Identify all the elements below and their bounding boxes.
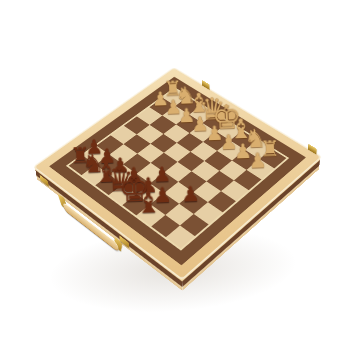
scene: ♜♞♝♛♚♝♞♜♟♟♟♟♟♟♟♟♟♟♟♟♟♟♟♟♜♞♝♛♚♝ — [0, 0, 350, 350]
light-pawn-icon: ♟ — [235, 150, 280, 172]
brass-latch-icon — [40, 175, 49, 187]
brass-hinge-icon — [307, 144, 316, 155]
camera-tilt: ♜♞♝♛♚♝♞♜♟♟♟♟♟♟♟♟♟♟♟♟♟♟♟♟♜♞♝♛♚♝ — [0, 0, 350, 350]
product-photo: ♜♞♝♛♚♝♞♜♟♟♟♟♟♟♟♟♟♟♟♟♟♟♟♟♜♞♝♛♚♝ — [0, 0, 350, 350]
chess-case: ♜♞♝♛♚♝♞♜♟♟♟♟♟♟♟♟♟♟♟♟♟♟♟♟♜♞♝♛♚♝ — [35, 68, 320, 278]
dark-bishop-icon: ♝ — [124, 188, 171, 218]
